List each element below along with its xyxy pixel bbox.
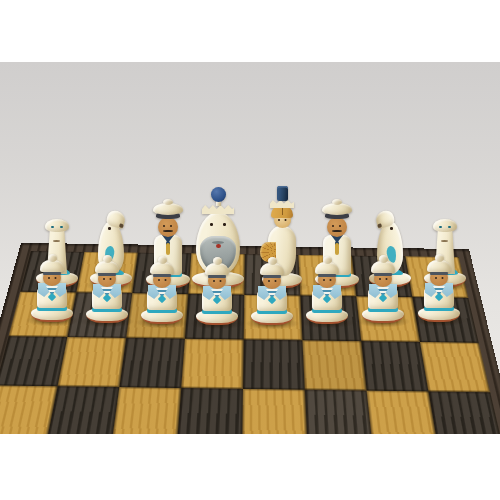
pawn-figurine — [195, 257, 239, 325]
piece-white-pawn-g2[interactable]: ♙ — [85, 255, 129, 323]
king-orb — [211, 187, 226, 202]
bishop-bump — [332, 199, 342, 205]
pawn-figurine — [85, 255, 129, 323]
square-e3[interactable] — [181, 339, 243, 389]
king-crown — [202, 205, 234, 214]
bishop-bump — [163, 199, 173, 205]
pawn-pom — [48, 254, 57, 262]
bishop-tie — [335, 243, 339, 255]
square-d3[interactable] — [243, 340, 305, 390]
letterbox-bottom — [0, 434, 500, 500]
pawn-figurine — [361, 255, 405, 323]
bishop-bhead — [327, 217, 347, 237]
piece-white-pawn-h2[interactable]: ♙ — [30, 254, 74, 322]
pawn-pom — [435, 254, 444, 262]
queen-cyl — [277, 186, 288, 201]
square-a3[interactable] — [420, 342, 490, 392]
pawn-figurine — [305, 256, 349, 324]
knight-keye — [108, 227, 111, 230]
pawn-figurine — [30, 254, 74, 322]
square-h3[interactable] — [0, 336, 67, 386]
square-c4[interactable] — [305, 390, 373, 434]
king-mouth — [216, 244, 221, 249]
rook-cap — [433, 219, 457, 232]
rook-cap — [45, 219, 69, 232]
piece-white-pawn-a2[interactable]: ♙ — [417, 254, 461, 322]
bishop-mus — [163, 230, 173, 233]
square-f4[interactable] — [112, 387, 181, 434]
queen-qcrown — [270, 200, 294, 208]
letterbox-top — [0, 0, 500, 62]
pawn-pom — [103, 255, 112, 263]
piece-white-pawn-b2[interactable]: ♙ — [361, 255, 405, 323]
pawn-figurine — [140, 256, 184, 324]
pawn-figurine — [250, 257, 294, 325]
piece-white-pawn-c2[interactable]: ♙ — [305, 256, 349, 324]
square-b4[interactable] — [367, 391, 438, 434]
square-d4[interactable] — [242, 389, 307, 434]
piece-white-pawn-f2[interactable]: ♙ — [140, 256, 184, 324]
square-b3[interactable] — [361, 341, 428, 391]
bishop-mus — [332, 230, 342, 233]
square-g3[interactable] — [58, 337, 127, 387]
square-a4[interactable] — [428, 391, 500, 434]
pawn-pom — [268, 257, 277, 265]
pawn-pom — [323, 256, 332, 264]
square-g4[interactable] — [47, 386, 120, 434]
pawn-pom — [379, 255, 388, 263]
piece-white-pawn-d2[interactable]: ♙ — [250, 257, 294, 325]
knight-keye — [390, 227, 393, 230]
square-e4[interactable] — [177, 388, 243, 434]
pawn-figurine — [417, 254, 461, 322]
pawn-pom — [213, 257, 222, 265]
pawn-pom — [158, 256, 167, 264]
square-f3[interactable] — [119, 338, 185, 388]
product-photo-canvas: ♖♘♗♔♕♗♘♖♙♙♙♙♙♙♙♙ — [0, 0, 500, 500]
square-c3[interactable] — [302, 340, 366, 390]
bishop-tie — [166, 243, 170, 255]
piece-white-pawn-e2[interactable]: ♙ — [195, 257, 239, 325]
bishop-bhead — [158, 217, 178, 237]
